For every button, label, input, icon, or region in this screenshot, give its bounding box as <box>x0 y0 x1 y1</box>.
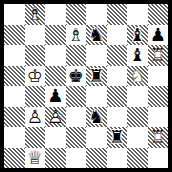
black-king-glyph: ♚ <box>68 67 84 85</box>
black-rook-glyph: ♜ <box>109 128 125 146</box>
white-knight-glyph: ♘ <box>129 67 145 85</box>
square-c5[interactable] <box>45 66 66 87</box>
black-bishop-glyph: ♝ <box>129 26 145 44</box>
black-bishop: ♝ <box>127 45 148 66</box>
square-d5[interactable]: ♚ <box>66 66 87 87</box>
square-g3[interactable] <box>127 107 148 128</box>
square-g5[interactable]: ♞♘ <box>127 66 148 87</box>
square-d6[interactable] <box>66 45 87 66</box>
white-pawn: ♟♙ <box>45 107 66 128</box>
square-a6[interactable] <box>4 45 25 66</box>
square-d7[interactable]: ♝♗ <box>66 25 87 46</box>
square-a3[interactable] <box>4 107 25 128</box>
square-h6[interactable]: ♜♖ <box>148 45 169 66</box>
square-f2[interactable]: ♜ <box>107 127 128 148</box>
square-g2[interactable] <box>127 127 148 148</box>
black-pawn: ♟ <box>45 86 66 107</box>
black-pawn: ♟ <box>148 25 169 46</box>
white-rook-fill: ♜ <box>150 46 166 64</box>
white-queen: ♛♕ <box>25 148 46 169</box>
white-king-glyph: ♔ <box>27 67 43 85</box>
square-c8[interactable] <box>45 4 66 25</box>
black-knight: ♞ <box>86 107 107 128</box>
black-bishop-glyph: ♝ <box>129 46 145 64</box>
white-queen-fill: ♛ <box>27 149 43 167</box>
square-c6[interactable] <box>45 45 66 66</box>
square-f3[interactable] <box>107 107 128 128</box>
white-pawn: ♟♙ <box>25 107 46 128</box>
square-f1[interactable] <box>107 148 128 169</box>
square-c3[interactable]: ♟♙ <box>45 107 66 128</box>
white-king-fill: ♚ <box>27 67 43 85</box>
black-rook: ♜ <box>86 66 107 87</box>
square-a7[interactable] <box>4 25 25 46</box>
white-rook-glyph: ♖ <box>150 128 166 146</box>
square-e7[interactable]: ♞ <box>86 25 107 46</box>
square-h1[interactable] <box>148 148 169 169</box>
black-bishop: ♝ <box>127 25 148 46</box>
white-rook-fill: ♜ <box>150 128 166 146</box>
square-g4[interactable] <box>127 86 148 107</box>
white-bishop-glyph: ♗ <box>27 5 43 23</box>
square-c4[interactable]: ♟ <box>45 86 66 107</box>
square-b4[interactable] <box>25 86 46 107</box>
square-h5[interactable] <box>148 66 169 87</box>
square-g6[interactable]: ♝ <box>127 45 148 66</box>
square-b2[interactable] <box>25 127 46 148</box>
square-f5[interactable] <box>107 66 128 87</box>
black-rook: ♜ <box>107 127 128 148</box>
square-e1[interactable] <box>86 148 107 169</box>
white-pawn-glyph: ♙ <box>27 108 43 126</box>
square-a1[interactable] <box>4 148 25 169</box>
black-pawn-glyph: ♟ <box>150 26 166 44</box>
white-rook: ♜♖ <box>148 45 169 66</box>
square-g7[interactable]: ♝ <box>127 25 148 46</box>
white-bishop: ♝♗ <box>25 4 46 25</box>
square-a2[interactable] <box>4 127 25 148</box>
square-e8[interactable] <box>86 4 107 25</box>
square-g1[interactable] <box>127 148 148 169</box>
square-h2[interactable]: ♜♖ <box>148 127 169 148</box>
square-h3[interactable] <box>148 107 169 128</box>
white-knight: ♞♘ <box>127 66 148 87</box>
chess-board-frame: ♝♗♝♗♞♝♟♝♜♖♚♔♚♜♞♘♟♟♙♟♙♞♜♜♖♛♕ <box>0 0 172 172</box>
square-f7[interactable] <box>107 25 128 46</box>
square-d4[interactable] <box>66 86 87 107</box>
white-bishop-fill: ♝ <box>27 5 43 23</box>
white-pawn-glyph: ♙ <box>47 108 63 126</box>
square-d1[interactable] <box>66 148 87 169</box>
black-knight-glyph: ♞ <box>88 26 104 44</box>
square-h4[interactable] <box>148 86 169 107</box>
white-bishop-fill: ♝ <box>68 26 84 44</box>
square-e2[interactable] <box>86 127 107 148</box>
square-d8[interactable] <box>66 4 87 25</box>
white-bishop-glyph: ♗ <box>68 26 84 44</box>
square-d3[interactable] <box>66 107 87 128</box>
black-knight-glyph: ♞ <box>88 108 104 126</box>
black-king: ♚ <box>66 66 87 87</box>
square-e6[interactable] <box>86 45 107 66</box>
square-e3[interactable]: ♞ <box>86 107 107 128</box>
white-knight-fill: ♞ <box>129 67 145 85</box>
square-a8[interactable] <box>4 4 25 25</box>
square-b7[interactable] <box>25 25 46 46</box>
square-c2[interactable] <box>45 127 66 148</box>
square-f6[interactable] <box>107 45 128 66</box>
square-a5[interactable] <box>4 66 25 87</box>
black-rook-glyph: ♜ <box>88 67 104 85</box>
square-h7[interactable]: ♟ <box>148 25 169 46</box>
white-bishop: ♝♗ <box>66 25 87 46</box>
white-rook-glyph: ♖ <box>150 46 166 64</box>
square-b8[interactable]: ♝♗ <box>25 4 46 25</box>
square-b5[interactable]: ♚♔ <box>25 66 46 87</box>
square-d2[interactable] <box>66 127 87 148</box>
white-king: ♚♔ <box>25 66 46 87</box>
square-h8[interactable] <box>148 4 169 25</box>
white-pawn-fill: ♟ <box>27 108 43 126</box>
square-e5[interactable]: ♜ <box>86 66 107 87</box>
chess-board: ♝♗♝♗♞♝♟♝♜♖♚♔♚♜♞♘♟♟♙♟♙♞♜♜♖♛♕ <box>4 4 168 168</box>
black-knight: ♞ <box>86 25 107 46</box>
square-b3[interactable]: ♟♙ <box>25 107 46 128</box>
square-f8[interactable] <box>107 4 128 25</box>
square-f4[interactable] <box>107 86 128 107</box>
square-b6[interactable] <box>25 45 46 66</box>
square-c7[interactable] <box>45 25 66 46</box>
square-c1[interactable] <box>45 148 66 169</box>
black-pawn-glyph: ♟ <box>47 87 63 105</box>
white-queen-glyph: ♕ <box>27 149 43 167</box>
square-g8[interactable] <box>127 4 148 25</box>
white-pawn-fill: ♟ <box>47 108 63 126</box>
white-rook: ♜♖ <box>148 127 169 148</box>
square-e4[interactable] <box>86 86 107 107</box>
square-a4[interactable] <box>4 86 25 107</box>
square-b1[interactable]: ♛♕ <box>25 148 46 169</box>
